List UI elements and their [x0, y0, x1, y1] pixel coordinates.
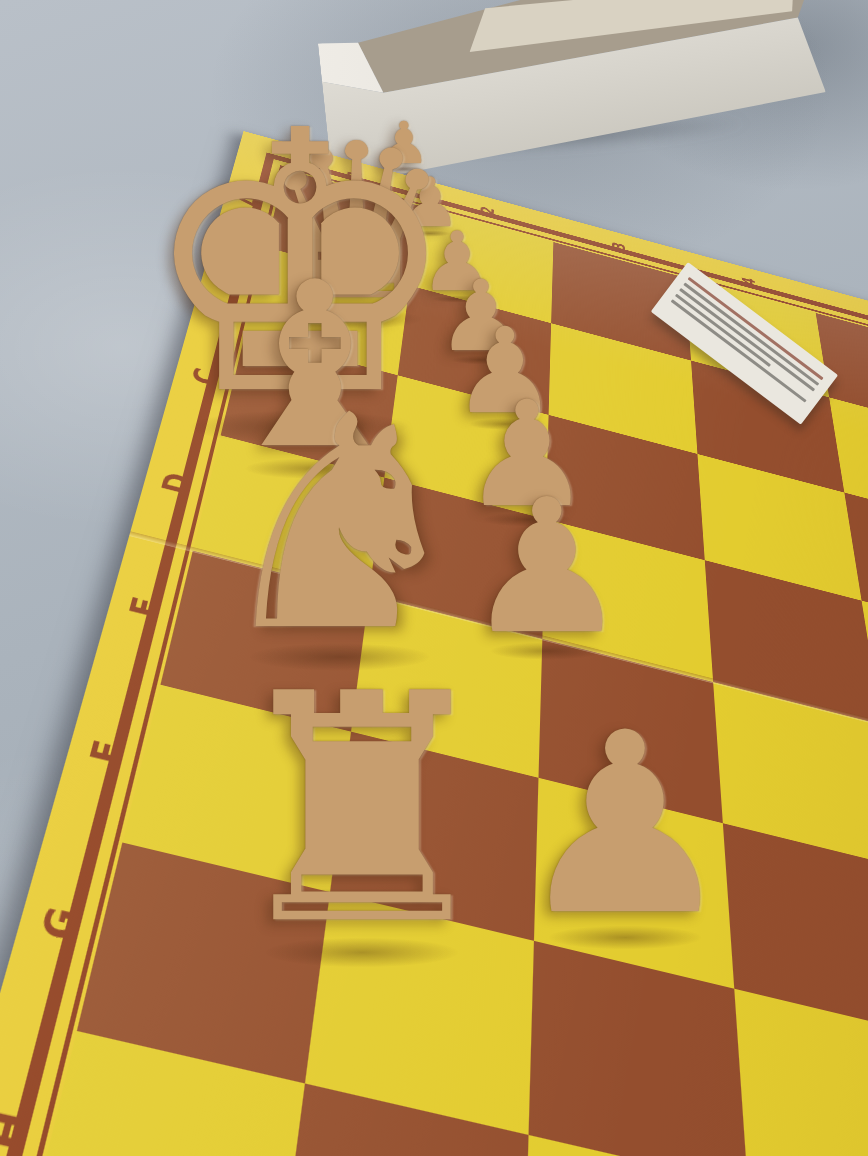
chess-board[interactable]: ABCDEFGH12345678 [0, 131, 868, 1156]
board-perspective-wrapper: ABCDEFGH12345678 [0, 0, 868, 1156]
chessboard-photo: ABCDEFGH12345678 ♟♟♟♛♟♟♚♝♟♟♞♟♜ [0, 0, 868, 1156]
